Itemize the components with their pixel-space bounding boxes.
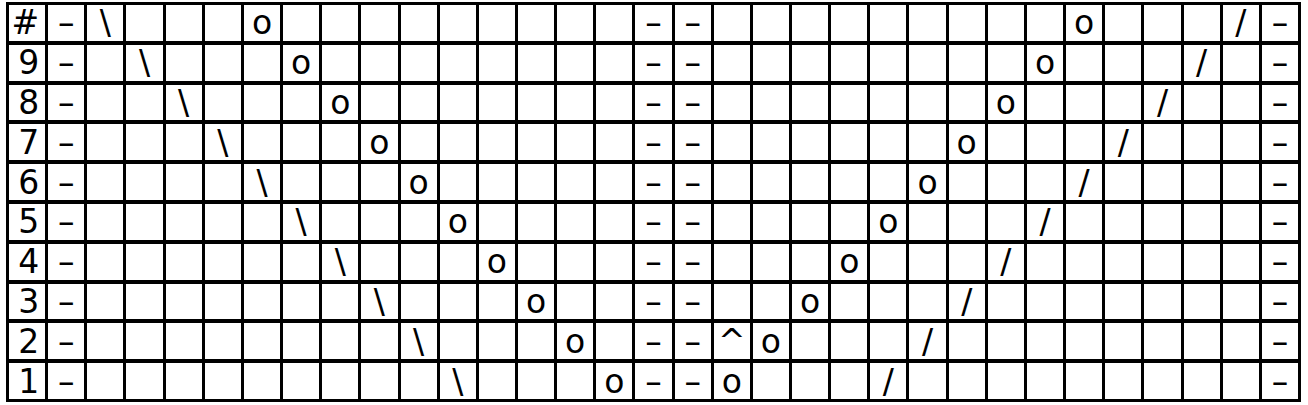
empty-cell bbox=[1066, 323, 1102, 359]
empty-cell bbox=[792, 85, 828, 121]
empty-cell bbox=[322, 363, 358, 399]
empty-cell bbox=[401, 363, 437, 399]
empty-cell bbox=[479, 204, 515, 240]
right-decrease-symbol: / bbox=[949, 284, 985, 320]
empty-cell bbox=[283, 5, 319, 41]
empty-cell bbox=[1027, 124, 1063, 160]
empty-cell bbox=[596, 284, 632, 320]
purl-dash-symbol: – bbox=[1262, 323, 1298, 359]
purl-dash-symbol: – bbox=[635, 204, 671, 240]
empty-cell bbox=[87, 164, 123, 200]
empty-cell bbox=[792, 5, 828, 41]
empty-cell bbox=[1144, 45, 1180, 81]
purl-dash-symbol: – bbox=[48, 284, 84, 320]
empty-cell bbox=[1105, 323, 1141, 359]
yarnover-symbol: o bbox=[401, 164, 437, 200]
empty-cell bbox=[1105, 204, 1141, 240]
empty-cell bbox=[1105, 45, 1141, 81]
purl-dash-symbol: – bbox=[1262, 164, 1298, 200]
empty-cell bbox=[1184, 204, 1220, 240]
empty-cell bbox=[753, 45, 789, 81]
purl-dash-symbol: – bbox=[675, 124, 711, 160]
right-decrease-symbol: / bbox=[1066, 164, 1102, 200]
purl-dash-symbol: – bbox=[675, 363, 711, 399]
purl-dash-symbol: – bbox=[635, 363, 671, 399]
empty-cell bbox=[949, 204, 985, 240]
empty-cell bbox=[1223, 85, 1259, 121]
empty-cell bbox=[401, 284, 437, 320]
empty-cell bbox=[1144, 323, 1180, 359]
empty-cell bbox=[283, 85, 319, 121]
empty-cell bbox=[1027, 5, 1063, 41]
empty-cell bbox=[361, 204, 397, 240]
empty-cell bbox=[1066, 244, 1102, 280]
empty-cell bbox=[714, 85, 750, 121]
empty-cell bbox=[361, 5, 397, 41]
empty-cell bbox=[753, 244, 789, 280]
left-decrease-symbol: \ bbox=[166, 85, 202, 121]
empty-cell bbox=[87, 45, 123, 81]
empty-cell bbox=[479, 323, 515, 359]
empty-cell bbox=[1144, 284, 1180, 320]
empty-cell bbox=[283, 323, 319, 359]
empty-cell bbox=[322, 5, 358, 41]
empty-cell bbox=[166, 323, 202, 359]
empty-cell bbox=[205, 244, 241, 280]
empty-cell bbox=[479, 5, 515, 41]
right-decrease-symbol: / bbox=[1105, 124, 1141, 160]
right-decrease-symbol: / bbox=[1223, 5, 1259, 41]
yarnover-symbol: o bbox=[949, 124, 985, 160]
empty-cell bbox=[361, 45, 397, 81]
empty-cell bbox=[596, 323, 632, 359]
empty-cell bbox=[401, 45, 437, 81]
empty-cell bbox=[440, 85, 476, 121]
left-decrease-symbol: \ bbox=[283, 204, 319, 240]
purl-dash-symbol: – bbox=[1262, 45, 1298, 81]
empty-cell bbox=[361, 164, 397, 200]
yarnover-symbol: o bbox=[909, 164, 945, 200]
empty-cell bbox=[1144, 5, 1180, 41]
empty-cell bbox=[753, 363, 789, 399]
empty-cell bbox=[753, 5, 789, 41]
empty-cell bbox=[244, 244, 280, 280]
purl-dash-symbol: – bbox=[635, 244, 671, 280]
empty-cell bbox=[205, 284, 241, 320]
empty-cell bbox=[557, 124, 593, 160]
empty-cell bbox=[1066, 284, 1102, 320]
empty-cell bbox=[479, 85, 515, 121]
empty-cell bbox=[1066, 363, 1102, 399]
empty-cell bbox=[949, 164, 985, 200]
empty-cell bbox=[1223, 204, 1259, 240]
empty-cell bbox=[870, 45, 906, 81]
empty-cell bbox=[988, 45, 1024, 81]
empty-cell bbox=[714, 244, 750, 280]
purl-dash-symbol: – bbox=[675, 284, 711, 320]
yarnover-symbol: o bbox=[792, 284, 828, 320]
empty-cell bbox=[792, 164, 828, 200]
empty-cell bbox=[792, 323, 828, 359]
empty-cell bbox=[166, 164, 202, 200]
empty-cell bbox=[87, 204, 123, 240]
row-label: 1 bbox=[9, 363, 45, 399]
empty-cell bbox=[1144, 164, 1180, 200]
empty-cell bbox=[988, 5, 1024, 41]
empty-cell bbox=[205, 363, 241, 399]
purl-dash-symbol: – bbox=[1262, 5, 1298, 41]
right-decrease-symbol: / bbox=[1184, 45, 1220, 81]
empty-cell bbox=[909, 284, 945, 320]
yarnover-symbol: o bbox=[831, 244, 867, 280]
empty-cell bbox=[870, 164, 906, 200]
row-label: 5 bbox=[9, 204, 45, 240]
purl-dash-symbol: – bbox=[48, 85, 84, 121]
empty-cell bbox=[988, 204, 1024, 240]
empty-cell bbox=[518, 85, 554, 121]
empty-cell bbox=[792, 244, 828, 280]
empty-cell bbox=[1184, 323, 1220, 359]
empty-cell bbox=[1184, 164, 1220, 200]
purl-dash-symbol: – bbox=[635, 164, 671, 200]
empty-cell bbox=[949, 45, 985, 81]
purl-dash-symbol: – bbox=[675, 323, 711, 359]
empty-cell bbox=[1105, 5, 1141, 41]
empty-cell bbox=[1105, 363, 1141, 399]
empty-cell bbox=[205, 45, 241, 81]
empty-cell bbox=[949, 323, 985, 359]
empty-cell bbox=[126, 164, 162, 200]
empty-cell bbox=[1105, 85, 1141, 121]
empty-cell bbox=[1027, 244, 1063, 280]
empty-cell bbox=[753, 284, 789, 320]
empty-cell bbox=[322, 204, 358, 240]
purl-dash-symbol: – bbox=[48, 204, 84, 240]
yarnover-symbol: o bbox=[870, 204, 906, 240]
right-decrease-symbol: / bbox=[909, 323, 945, 359]
empty-cell bbox=[988, 124, 1024, 160]
empty-cell bbox=[205, 323, 241, 359]
empty-cell bbox=[1223, 323, 1259, 359]
empty-cell bbox=[126, 124, 162, 160]
empty-cell bbox=[557, 45, 593, 81]
empty-cell bbox=[322, 323, 358, 359]
empty-cell bbox=[518, 124, 554, 160]
empty-cell bbox=[988, 164, 1024, 200]
empty-cell bbox=[166, 244, 202, 280]
row-label: 7 bbox=[9, 124, 45, 160]
empty-cell bbox=[596, 85, 632, 121]
empty-cell bbox=[244, 124, 280, 160]
yarnover-symbol: o bbox=[557, 323, 593, 359]
empty-cell bbox=[596, 124, 632, 160]
empty-cell bbox=[244, 363, 280, 399]
empty-cell bbox=[440, 284, 476, 320]
empty-cell bbox=[1223, 45, 1259, 81]
empty-cell bbox=[1223, 164, 1259, 200]
empty-cell bbox=[166, 284, 202, 320]
empty-cell bbox=[322, 124, 358, 160]
empty-cell bbox=[166, 124, 202, 160]
purl-dash-symbol: – bbox=[675, 5, 711, 41]
empty-cell bbox=[1184, 85, 1220, 121]
empty-cell bbox=[1066, 204, 1102, 240]
empty-cell bbox=[1027, 363, 1063, 399]
empty-cell bbox=[361, 85, 397, 121]
empty-cell bbox=[87, 244, 123, 280]
yarnover-symbol: o bbox=[596, 363, 632, 399]
yarnover-symbol: o bbox=[479, 244, 515, 280]
empty-cell bbox=[753, 124, 789, 160]
empty-cell bbox=[205, 5, 241, 41]
empty-cell bbox=[909, 204, 945, 240]
purl-dash-symbol: – bbox=[48, 244, 84, 280]
empty-cell bbox=[518, 5, 554, 41]
empty-cell bbox=[440, 164, 476, 200]
empty-cell bbox=[1105, 284, 1141, 320]
left-decrease-symbol: \ bbox=[322, 244, 358, 280]
row-label: 9 bbox=[9, 45, 45, 81]
empty-cell bbox=[205, 204, 241, 240]
empty-cell bbox=[1223, 363, 1259, 399]
right-decrease-symbol: / bbox=[870, 363, 906, 399]
empty-cell bbox=[322, 164, 358, 200]
purl-dash-symbol: – bbox=[1262, 363, 1298, 399]
empty-cell bbox=[166, 5, 202, 41]
purl-dash-symbol: – bbox=[635, 85, 671, 121]
purl-dash-symbol: – bbox=[48, 124, 84, 160]
empty-cell bbox=[949, 85, 985, 121]
empty-cell bbox=[870, 284, 906, 320]
purl-dash-symbol: – bbox=[48, 323, 84, 359]
left-decrease-symbol: \ bbox=[401, 323, 437, 359]
empty-cell bbox=[596, 45, 632, 81]
empty-cell bbox=[753, 164, 789, 200]
row-label: 2 bbox=[9, 323, 45, 359]
empty-cell bbox=[518, 323, 554, 359]
empty-cell bbox=[557, 85, 593, 121]
empty-cell bbox=[1105, 164, 1141, 200]
empty-cell bbox=[401, 85, 437, 121]
empty-cell bbox=[557, 363, 593, 399]
purl-dash-symbol: – bbox=[635, 45, 671, 81]
empty-cell bbox=[1184, 244, 1220, 280]
empty-cell bbox=[1144, 204, 1180, 240]
purl-dash-symbol: – bbox=[48, 164, 84, 200]
left-decrease-symbol: \ bbox=[440, 363, 476, 399]
right-decrease-symbol: / bbox=[1027, 204, 1063, 240]
empty-cell bbox=[361, 323, 397, 359]
empty-cell bbox=[322, 284, 358, 320]
purl-dash-symbol: – bbox=[1262, 284, 1298, 320]
purl-dash-symbol: – bbox=[48, 45, 84, 81]
yarnover-symbol: o bbox=[1066, 5, 1102, 41]
empty-cell bbox=[870, 85, 906, 121]
empty-cell bbox=[322, 45, 358, 81]
empty-cell bbox=[557, 244, 593, 280]
double-decrease-symbol: ^ bbox=[714, 323, 750, 359]
empty-cell bbox=[1223, 284, 1259, 320]
purl-dash-symbol: – bbox=[48, 363, 84, 399]
empty-cell bbox=[518, 244, 554, 280]
purl-dash-symbol: – bbox=[675, 164, 711, 200]
empty-cell bbox=[988, 284, 1024, 320]
left-decrease-symbol: \ bbox=[244, 164, 280, 200]
purl-dash-symbol: – bbox=[675, 45, 711, 81]
empty-cell bbox=[909, 45, 945, 81]
empty-cell bbox=[949, 363, 985, 399]
empty-cell bbox=[1184, 363, 1220, 399]
left-decrease-symbol: \ bbox=[87, 5, 123, 41]
empty-cell bbox=[479, 124, 515, 160]
empty-cell bbox=[831, 124, 867, 160]
empty-cell bbox=[714, 164, 750, 200]
empty-cell bbox=[949, 244, 985, 280]
empty-cell bbox=[831, 284, 867, 320]
empty-cell bbox=[361, 363, 397, 399]
empty-cell bbox=[1144, 124, 1180, 160]
yarnover-symbol: o bbox=[518, 284, 554, 320]
empty-cell bbox=[714, 284, 750, 320]
empty-cell bbox=[479, 284, 515, 320]
row-label: 3 bbox=[9, 284, 45, 320]
empty-cell bbox=[361, 244, 397, 280]
empty-cell bbox=[401, 124, 437, 160]
row-label: 4 bbox=[9, 244, 45, 280]
empty-cell bbox=[870, 124, 906, 160]
empty-cell bbox=[988, 363, 1024, 399]
empty-cell bbox=[596, 5, 632, 41]
empty-cell bbox=[831, 85, 867, 121]
empty-cell bbox=[126, 363, 162, 399]
empty-cell bbox=[1066, 85, 1102, 121]
purl-dash-symbol: – bbox=[48, 5, 84, 41]
empty-cell bbox=[1027, 164, 1063, 200]
purl-dash-symbol: – bbox=[635, 284, 671, 320]
empty-cell bbox=[126, 85, 162, 121]
empty-cell bbox=[283, 363, 319, 399]
empty-cell bbox=[87, 363, 123, 399]
empty-cell bbox=[87, 85, 123, 121]
empty-cell bbox=[1066, 45, 1102, 81]
yarnover-symbol: o bbox=[322, 85, 358, 121]
empty-cell bbox=[126, 5, 162, 41]
yarnover-symbol: o bbox=[283, 45, 319, 81]
empty-cell bbox=[792, 45, 828, 81]
empty-cell bbox=[244, 204, 280, 240]
empty-cell bbox=[479, 45, 515, 81]
empty-cell bbox=[283, 244, 319, 280]
empty-cell bbox=[166, 45, 202, 81]
empty-cell bbox=[557, 284, 593, 320]
empty-cell bbox=[792, 363, 828, 399]
yarnover-symbol: o bbox=[1027, 45, 1063, 81]
purl-dash-symbol: – bbox=[675, 85, 711, 121]
empty-cell bbox=[87, 284, 123, 320]
empty-cell bbox=[831, 5, 867, 41]
empty-cell bbox=[440, 45, 476, 81]
empty-cell bbox=[1027, 85, 1063, 121]
empty-cell bbox=[87, 323, 123, 359]
empty-cell bbox=[909, 124, 945, 160]
empty-cell bbox=[557, 204, 593, 240]
empty-cell bbox=[714, 45, 750, 81]
empty-cell bbox=[518, 204, 554, 240]
empty-cell bbox=[401, 204, 437, 240]
empty-cell bbox=[1223, 124, 1259, 160]
empty-cell bbox=[753, 204, 789, 240]
empty-cell bbox=[479, 164, 515, 200]
empty-cell bbox=[166, 363, 202, 399]
empty-cell bbox=[1184, 284, 1220, 320]
empty-cell bbox=[401, 5, 437, 41]
purl-dash-symbol: – bbox=[635, 124, 671, 160]
purl-dash-symbol: – bbox=[635, 5, 671, 41]
empty-cell bbox=[166, 204, 202, 240]
empty-cell bbox=[831, 204, 867, 240]
purl-dash-symbol: – bbox=[675, 204, 711, 240]
empty-cell bbox=[596, 204, 632, 240]
empty-cell bbox=[244, 85, 280, 121]
lace-chart-grid: #–\o––o/–9–\o––o/–8–\o––o/–7–\o––o/–6–\o… bbox=[6, 2, 1301, 402]
yarnover-symbol: o bbox=[361, 124, 397, 160]
empty-cell bbox=[1184, 124, 1220, 160]
empty-cell bbox=[753, 85, 789, 121]
empty-cell bbox=[870, 5, 906, 41]
empty-cell bbox=[831, 323, 867, 359]
empty-cell bbox=[909, 5, 945, 41]
left-decrease-symbol: \ bbox=[205, 124, 241, 160]
row-label: 6 bbox=[9, 164, 45, 200]
empty-cell bbox=[244, 45, 280, 81]
empty-cell bbox=[126, 323, 162, 359]
empty-cell bbox=[831, 363, 867, 399]
empty-cell bbox=[557, 164, 593, 200]
purl-dash-symbol: – bbox=[1262, 85, 1298, 121]
empty-cell bbox=[831, 45, 867, 81]
empty-cell bbox=[1144, 244, 1180, 280]
empty-cell bbox=[205, 164, 241, 200]
empty-cell bbox=[126, 244, 162, 280]
empty-cell bbox=[283, 284, 319, 320]
empty-cell bbox=[401, 244, 437, 280]
empty-cell bbox=[909, 363, 945, 399]
empty-cell bbox=[831, 164, 867, 200]
empty-cell bbox=[479, 363, 515, 399]
empty-cell bbox=[244, 284, 280, 320]
empty-cell bbox=[244, 323, 280, 359]
purl-dash-symbol: – bbox=[1262, 244, 1298, 280]
empty-cell bbox=[1184, 5, 1220, 41]
left-decrease-symbol: \ bbox=[361, 284, 397, 320]
purl-dash-symbol: – bbox=[1262, 204, 1298, 240]
empty-cell bbox=[1105, 244, 1141, 280]
empty-cell bbox=[870, 244, 906, 280]
purl-dash-symbol: – bbox=[1262, 124, 1298, 160]
empty-cell bbox=[988, 323, 1024, 359]
right-decrease-symbol: / bbox=[1144, 85, 1180, 121]
empty-cell bbox=[1066, 124, 1102, 160]
yarnover-symbol: o bbox=[244, 5, 280, 41]
row-label: 8 bbox=[9, 85, 45, 121]
empty-cell bbox=[1144, 363, 1180, 399]
empty-cell bbox=[518, 164, 554, 200]
empty-cell bbox=[949, 5, 985, 41]
empty-cell bbox=[909, 244, 945, 280]
purl-dash-symbol: – bbox=[675, 244, 711, 280]
empty-cell bbox=[714, 204, 750, 240]
empty-cell bbox=[1223, 244, 1259, 280]
